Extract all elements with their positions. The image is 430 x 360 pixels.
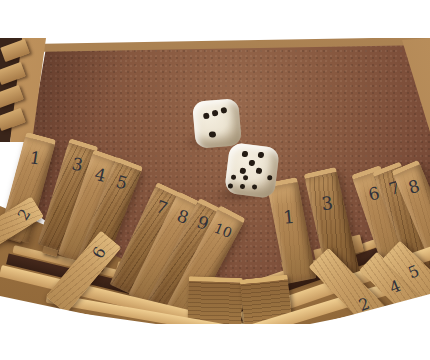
die-2[interactable] <box>224 142 280 199</box>
die-pip <box>228 183 234 188</box>
tile-number: 8 <box>398 175 430 200</box>
die-pip <box>242 151 248 157</box>
die-pip <box>240 184 246 189</box>
board-photo: 1 3 4 5 7 8 9 10 1 3 6 7 8 2 6 2 4 5 <box>0 0 430 360</box>
tile-number: 5 <box>105 171 137 195</box>
tile-number: 1 <box>273 207 305 228</box>
die-pip <box>258 152 264 158</box>
white-margin-top <box>0 0 430 38</box>
die-pip <box>231 175 237 180</box>
die-pip <box>256 168 262 174</box>
tile-number: 5 <box>399 260 429 285</box>
die-pip <box>267 175 272 180</box>
die-pip <box>240 168 246 174</box>
die-1[interactable] <box>192 98 242 149</box>
tile-number: 1 <box>19 148 52 170</box>
die-pip <box>221 107 227 113</box>
die-pip <box>249 160 255 166</box>
tile-number: 10 <box>207 218 239 242</box>
die-pip <box>243 175 249 180</box>
die-pip <box>203 113 209 119</box>
die-pip <box>212 110 218 116</box>
die-pip <box>252 184 258 189</box>
tile-number: 3 <box>310 193 345 215</box>
die-pip <box>209 131 216 137</box>
